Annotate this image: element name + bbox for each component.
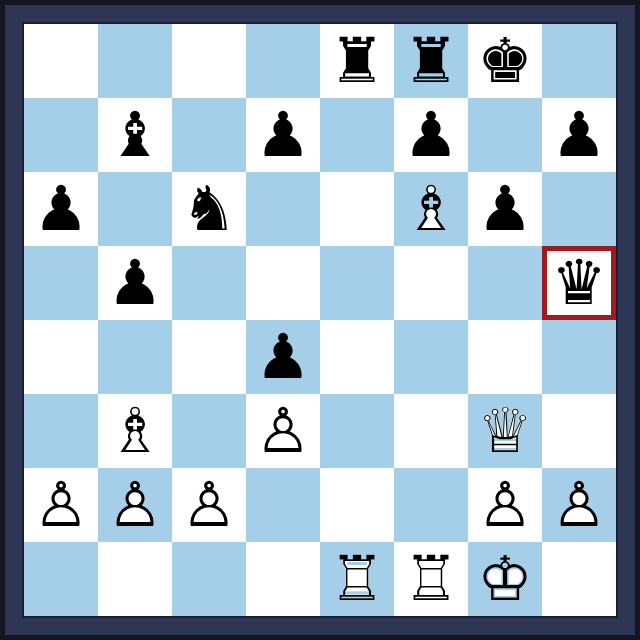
white-pawn-icon[interactable]: ♟♙ xyxy=(246,394,320,468)
black-king-icon[interactable]: ♚ xyxy=(468,24,542,98)
white-pawn-icon[interactable]: ♟♙ xyxy=(468,468,542,542)
piece-glyph: ♟ xyxy=(394,98,468,172)
square-c3[interactable] xyxy=(172,394,246,468)
piece-outline: ♗ xyxy=(98,394,172,468)
piece-outline: ♙ xyxy=(468,468,542,542)
black-pawn-icon[interactable]: ♟ xyxy=(468,172,542,246)
square-a7[interactable] xyxy=(24,98,98,172)
square-h3[interactable] xyxy=(542,394,616,468)
piece-outline: ♙ xyxy=(246,394,320,468)
piece-outline: ♕ xyxy=(468,394,542,468)
square-e1[interactable]: ♜♖ xyxy=(320,542,394,616)
white-king-icon[interactable]: ♚♔ xyxy=(468,542,542,616)
square-e8[interactable]: ♜ xyxy=(320,24,394,98)
square-b8[interactable] xyxy=(98,24,172,98)
white-queen-icon[interactable]: ♛♕ xyxy=(468,394,542,468)
square-b3[interactable]: ♝♗ xyxy=(98,394,172,468)
piece-glyph: ♟ xyxy=(468,172,542,246)
square-e3[interactable] xyxy=(320,394,394,468)
square-d3[interactable]: ♟♙ xyxy=(246,394,320,468)
square-h7[interactable]: ♟ xyxy=(542,98,616,172)
square-h1[interactable] xyxy=(542,542,616,616)
square-h5[interactable]: ♛ xyxy=(542,246,616,320)
square-g4[interactable] xyxy=(468,320,542,394)
square-c7[interactable] xyxy=(172,98,246,172)
square-d4[interactable]: ♟ xyxy=(246,320,320,394)
square-c1[interactable] xyxy=(172,542,246,616)
square-b1[interactable] xyxy=(98,542,172,616)
square-a3[interactable] xyxy=(24,394,98,468)
square-e2[interactable] xyxy=(320,468,394,542)
board-frame: ♜♜♚♝♟♟♟♟♞♝♗♟♟♛♟♝♗♟♙♛♕♟♙♟♙♟♙♟♙♟♙♜♖♜♖♚♔ xyxy=(5,5,635,635)
square-a1[interactable] xyxy=(24,542,98,616)
square-a4[interactable] xyxy=(24,320,98,394)
square-f2[interactable] xyxy=(394,468,468,542)
square-f8[interactable]: ♜ xyxy=(394,24,468,98)
square-d5[interactable] xyxy=(246,246,320,320)
white-pawn-icon[interactable]: ♟♙ xyxy=(24,468,98,542)
black-pawn-icon[interactable]: ♟ xyxy=(98,246,172,320)
square-d1[interactable] xyxy=(246,542,320,616)
black-knight-icon[interactable]: ♞ xyxy=(172,172,246,246)
chess-board: ♜♜♚♝♟♟♟♟♞♝♗♟♟♛♟♝♗♟♙♛♕♟♙♟♙♟♙♟♙♟♙♜♖♜♖♚♔ xyxy=(24,24,616,616)
piece-outline: ♖ xyxy=(320,542,394,616)
square-a5[interactable] xyxy=(24,246,98,320)
white-rook-icon[interactable]: ♜♖ xyxy=(320,542,394,616)
piece-outline: ♖ xyxy=(394,542,468,616)
square-g6[interactable]: ♟ xyxy=(468,172,542,246)
black-pawn-icon[interactable]: ♟ xyxy=(246,320,320,394)
square-e5[interactable] xyxy=(320,246,394,320)
square-h2[interactable]: ♟♙ xyxy=(542,468,616,542)
board-photo-frame: ♜♜♚♝♟♟♟♟♞♝♗♟♟♛♟♝♗♟♙♛♕♟♙♟♙♟♙♟♙♟♙♜♖♜♖♚♔ xyxy=(0,0,640,640)
piece-glyph: ♟ xyxy=(24,172,98,246)
square-a8[interactable] xyxy=(24,24,98,98)
piece-glyph: ♟ xyxy=(246,98,320,172)
square-d7[interactable]: ♟ xyxy=(246,98,320,172)
square-f7[interactable]: ♟ xyxy=(394,98,468,172)
square-g7[interactable] xyxy=(468,98,542,172)
black-pawn-icon[interactable]: ♟ xyxy=(246,98,320,172)
piece-glyph: ♟ xyxy=(246,320,320,394)
piece-glyph: ♟ xyxy=(542,98,616,172)
square-f3[interactable] xyxy=(394,394,468,468)
piece-glyph: ♟ xyxy=(98,246,172,320)
black-rook-icon[interactable]: ♜ xyxy=(394,24,468,98)
square-f6[interactable]: ♝♗ xyxy=(394,172,468,246)
piece-outline: ♗ xyxy=(394,172,468,246)
square-c4[interactable] xyxy=(172,320,246,394)
square-a6[interactable]: ♟ xyxy=(24,172,98,246)
square-f4[interactable] xyxy=(394,320,468,394)
white-pawn-icon[interactable]: ♟♙ xyxy=(542,468,616,542)
white-bishop-icon[interactable]: ♝♗ xyxy=(98,394,172,468)
square-b4[interactable] xyxy=(98,320,172,394)
piece-glyph: ♞ xyxy=(172,172,246,246)
square-d6[interactable] xyxy=(246,172,320,246)
square-h8[interactable] xyxy=(542,24,616,98)
square-g2[interactable]: ♟♙ xyxy=(468,468,542,542)
square-c6[interactable]: ♞ xyxy=(172,172,246,246)
black-queen-icon[interactable]: ♛ xyxy=(542,246,616,320)
piece-glyph: ♚ xyxy=(468,24,542,98)
piece-outline: ♔ xyxy=(468,542,542,616)
piece-glyph: ♛ xyxy=(542,246,616,320)
square-h6[interactable] xyxy=(542,172,616,246)
square-f5[interactable] xyxy=(394,246,468,320)
board-inner-border: ♜♜♚♝♟♟♟♟♞♝♗♟♟♛♟♝♗♟♙♛♕♟♙♟♙♟♙♟♙♟♙♜♖♜♖♚♔ xyxy=(22,22,618,618)
square-d8[interactable] xyxy=(246,24,320,98)
square-h4[interactable] xyxy=(542,320,616,394)
square-e7[interactable] xyxy=(320,98,394,172)
white-pawn-icon[interactable]: ♟♙ xyxy=(172,468,246,542)
white-pawn-icon[interactable]: ♟♙ xyxy=(98,468,172,542)
square-g5[interactable] xyxy=(468,246,542,320)
square-e4[interactable] xyxy=(320,320,394,394)
black-pawn-icon[interactable]: ♟ xyxy=(24,172,98,246)
square-c5[interactable] xyxy=(172,246,246,320)
square-b6[interactable] xyxy=(98,172,172,246)
square-c8[interactable] xyxy=(172,24,246,98)
piece-outline: ♙ xyxy=(172,468,246,542)
black-bishop-icon[interactable]: ♝ xyxy=(98,98,172,172)
square-g8[interactable]: ♚ xyxy=(468,24,542,98)
piece-glyph: ♜ xyxy=(394,24,468,98)
piece-outline: ♙ xyxy=(98,468,172,542)
piece-glyph: ♝ xyxy=(98,98,172,172)
piece-glyph: ♜ xyxy=(320,24,394,98)
black-rook-icon[interactable]: ♜ xyxy=(320,24,394,98)
square-b5[interactable]: ♟ xyxy=(98,246,172,320)
piece-outline: ♙ xyxy=(542,468,616,542)
piece-outline: ♙ xyxy=(24,468,98,542)
square-b7[interactable]: ♝ xyxy=(98,98,172,172)
square-c2[interactable]: ♟♙ xyxy=(172,468,246,542)
square-a2[interactable]: ♟♙ xyxy=(24,468,98,542)
square-b2[interactable]: ♟♙ xyxy=(98,468,172,542)
white-rook-icon[interactable]: ♜♖ xyxy=(394,542,468,616)
square-g3[interactable]: ♛♕ xyxy=(468,394,542,468)
square-g1[interactable]: ♚♔ xyxy=(468,542,542,616)
white-bishop-icon[interactable]: ♝♗ xyxy=(394,172,468,246)
black-pawn-icon[interactable]: ♟ xyxy=(394,98,468,172)
black-pawn-icon[interactable]: ♟ xyxy=(542,98,616,172)
square-e6[interactable] xyxy=(320,172,394,246)
square-f1[interactable]: ♜♖ xyxy=(394,542,468,616)
square-d2[interactable] xyxy=(246,468,320,542)
